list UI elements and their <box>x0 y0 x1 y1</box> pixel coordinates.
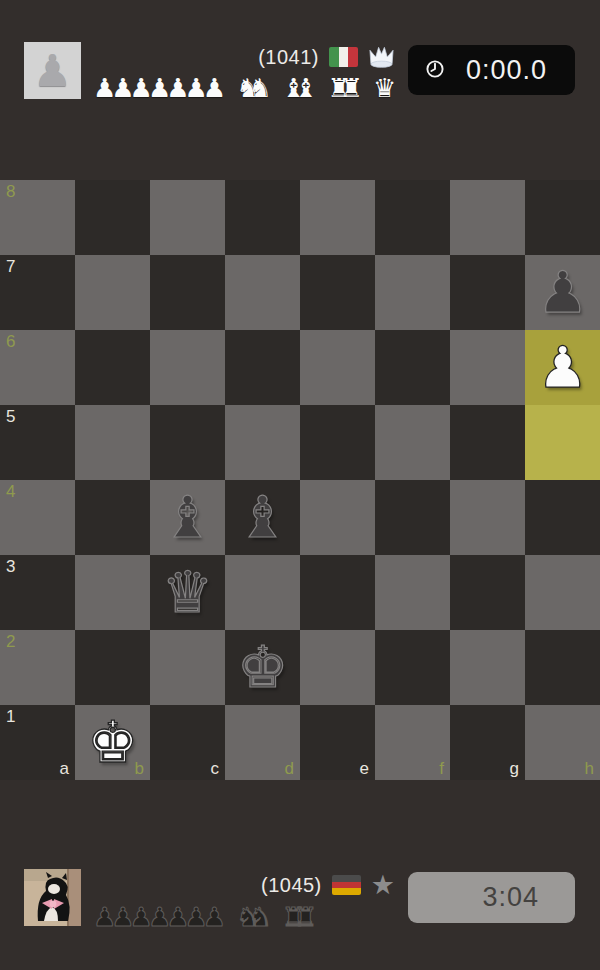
square-g7[interactable] <box>450 255 525 330</box>
piece-black-queen[interactable]: ♛ <box>162 564 213 621</box>
square-d1[interactable]: d <box>225 705 300 780</box>
rank-label-8: 8 <box>6 182 15 202</box>
captured-knights: ♞♞ <box>236 75 272 101</box>
square-c3[interactable]: ♛ <box>150 555 225 630</box>
cat-photo <box>24 869 81 926</box>
piece-black-pawn[interactable]: ♟ <box>537 264 588 321</box>
clock-icon <box>425 55 445 86</box>
square-a4[interactable]: 4 <box>0 480 75 555</box>
square-g6[interactable] <box>450 330 525 405</box>
square-d2[interactable]: ♚ <box>225 630 300 705</box>
square-f7[interactable] <box>375 255 450 330</box>
square-f5[interactable] <box>375 405 450 480</box>
square-e7[interactable] <box>300 255 375 330</box>
square-d3[interactable] <box>225 555 300 630</box>
square-g2[interactable] <box>450 630 525 705</box>
square-a2[interactable]: 2 <box>0 630 75 705</box>
square-g5[interactable] <box>450 405 525 480</box>
bottom-player-clock: 3:04 <box>408 872 575 923</box>
bottom-player-rating: (1045) <box>261 874 322 897</box>
italy-flag-icon <box>329 47 358 67</box>
square-g4[interactable] <box>450 480 525 555</box>
square-f3[interactable] <box>375 555 450 630</box>
square-e4[interactable] <box>300 480 375 555</box>
square-g1[interactable]: g <box>450 705 525 780</box>
game-screen: ♟ (1041) ♟♟♟♟♟♟♟♞♞♝♝♜♜♛+15 0:00.0 <box>0 0 600 970</box>
rank-label-6: 6 <box>6 332 15 352</box>
square-h6[interactable]: ♟ <box>525 330 600 405</box>
square-h3[interactable] <box>525 555 600 630</box>
square-b3[interactable] <box>75 555 150 630</box>
square-h5[interactable] <box>525 405 600 480</box>
square-e6[interactable] <box>300 330 375 405</box>
square-a3[interactable]: 3 <box>0 555 75 630</box>
square-b4[interactable] <box>75 480 150 555</box>
captured-pawns: ♟♟♟♟♟♟♟ <box>93 904 226 930</box>
captured-knights: ♞♞ <box>236 904 272 930</box>
square-h7[interactable]: ♟ <box>525 255 600 330</box>
file-label-g: g <box>510 759 519 779</box>
square-a7[interactable]: 7 <box>0 255 75 330</box>
piece-black-bishop[interactable]: ♝ <box>162 489 213 546</box>
file-label-e: e <box>360 759 369 779</box>
square-e2[interactable] <box>300 630 375 705</box>
square-f1[interactable]: f <box>375 705 450 780</box>
square-f4[interactable] <box>375 480 450 555</box>
square-d8[interactable] <box>225 180 300 255</box>
file-label-d: d <box>285 759 294 779</box>
crown-icon <box>368 45 395 69</box>
square-g8[interactable] <box>450 180 525 255</box>
star-icon: ★ <box>371 872 395 899</box>
square-b7[interactable] <box>75 255 150 330</box>
square-c5[interactable] <box>150 405 225 480</box>
square-h4[interactable] <box>525 480 600 555</box>
square-c7[interactable] <box>150 255 225 330</box>
bottom-player-info: (1045) ★ <box>93 870 395 900</box>
square-a1[interactable]: 1a <box>0 705 75 780</box>
captured-queens: ♛ <box>373 75 396 101</box>
square-c8[interactable] <box>150 180 225 255</box>
bottom-player-bar: (1045) ★ ♟♟♟♟♟♟♟♞♞♜♜ 3:04 <box>0 869 600 929</box>
square-e3[interactable] <box>300 555 375 630</box>
top-player-clock: 0:00.0 <box>408 45 575 95</box>
top-clock-time: 0:00.0 <box>466 55 547 86</box>
square-c2[interactable] <box>150 630 225 705</box>
bottom-captured-pieces: ♟♟♟♟♟♟♟♞♞♜♜ <box>93 903 327 931</box>
square-b1[interactable]: b♚ <box>75 705 150 780</box>
square-h2[interactable] <box>525 630 600 705</box>
captured-pawns: ♟♟♟♟♟♟♟ <box>93 75 226 101</box>
square-h1[interactable]: h <box>525 705 600 780</box>
piece-black-king[interactable]: ♚ <box>237 639 288 696</box>
rank-label-1: 1 <box>6 707 15 727</box>
square-d6[interactable] <box>225 330 300 405</box>
file-label-h: h <box>585 759 594 779</box>
square-e5[interactable] <box>300 405 375 480</box>
rank-label-3: 3 <box>6 557 15 577</box>
square-d4[interactable]: ♝ <box>225 480 300 555</box>
square-e8[interactable] <box>300 180 375 255</box>
square-c6[interactable] <box>150 330 225 405</box>
bottom-player-avatar[interactable] <box>24 869 81 926</box>
bottom-clock-time: 3:04 <box>482 882 539 913</box>
square-b8[interactable] <box>75 180 150 255</box>
chess-board[interactable]: 87♟6♟54♝♝3♛2♚1ab♚cdefgh <box>0 180 600 780</box>
rank-label-7: 7 <box>6 257 15 277</box>
square-f2[interactable] <box>375 630 450 705</box>
square-f8[interactable] <box>375 180 450 255</box>
square-c4[interactable]: ♝ <box>150 480 225 555</box>
square-e1[interactable]: e <box>300 705 375 780</box>
rank-label-4: 4 <box>6 482 15 502</box>
piece-black-bishop[interactable]: ♝ <box>237 489 288 546</box>
pawn-avatar-icon: ♟ <box>33 49 72 93</box>
top-player-info: (1041) <box>93 42 395 72</box>
rank-label-2: 2 <box>6 632 15 652</box>
piece-white-king[interactable]: ♚ <box>87 714 138 771</box>
square-f6[interactable] <box>375 330 450 405</box>
file-label-c: c <box>211 759 220 779</box>
top-player-rating: (1041) <box>258 46 319 69</box>
square-c1[interactable]: c <box>150 705 225 780</box>
captured-rooks: ♜♜ <box>327 75 363 101</box>
top-player-bar: ♟ (1041) ♟♟♟♟♟♟♟♞♞♝♝♜♜♛+15 0:00.0 <box>0 42 600 102</box>
top-player-avatar[interactable]: ♟ <box>24 42 81 99</box>
rank-label-5: 5 <box>6 407 15 427</box>
square-d7[interactable] <box>225 255 300 330</box>
top-captured-pieces: ♟♟♟♟♟♟♟♞♞♝♝♜♜♛+15 <box>93 74 439 102</box>
square-g3[interactable] <box>450 555 525 630</box>
piece-white-pawn[interactable]: ♟ <box>537 339 588 396</box>
square-h8[interactable] <box>525 180 600 255</box>
square-a8[interactable]: 8 <box>0 180 75 255</box>
file-label-f: f <box>439 759 444 779</box>
square-b6[interactable] <box>75 330 150 405</box>
square-a6[interactable]: 6 <box>0 330 75 405</box>
square-b5[interactable] <box>75 405 150 480</box>
square-a5[interactable]: 5 <box>0 405 75 480</box>
captured-rooks: ♜♜ <box>282 904 318 930</box>
square-b2[interactable] <box>75 630 150 705</box>
file-label-a: a <box>60 759 69 779</box>
square-d5[interactable] <box>225 405 300 480</box>
germany-flag-icon <box>332 875 361 895</box>
captured-bishops: ♝♝ <box>282 75 318 101</box>
